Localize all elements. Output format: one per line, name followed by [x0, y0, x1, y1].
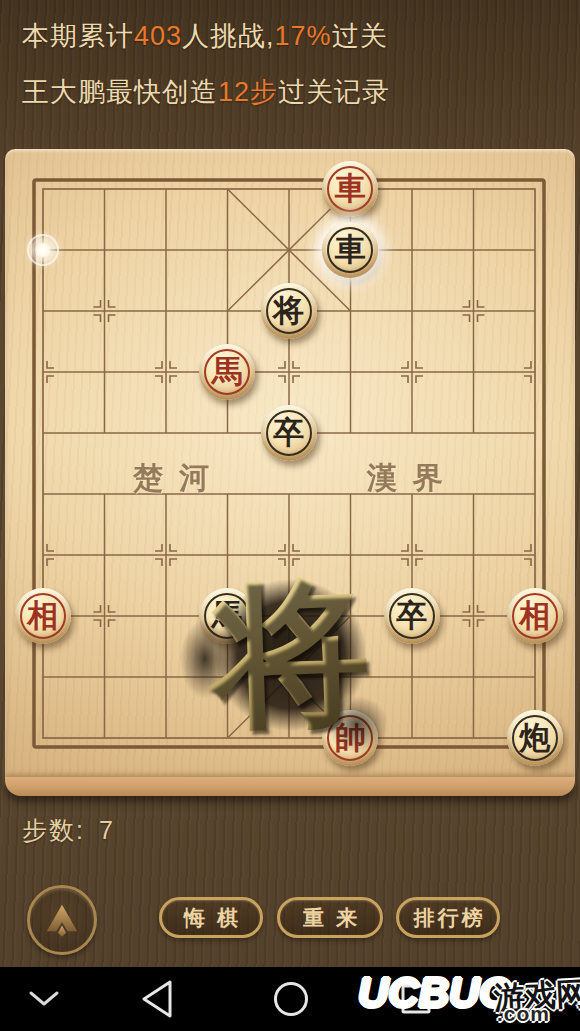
piece-character: 卒: [273, 417, 304, 448]
xiangqi-board[interactable]: 楚河 漢界 車車将馬卒相馬卒相帥炮 将: [5, 149, 575, 777]
stat-accent-value: 12步: [218, 77, 278, 107]
piece-character: 帥: [335, 722, 366, 753]
black-piece-馬[interactable]: 馬: [199, 588, 255, 644]
step-counter-label: 步数:: [22, 816, 85, 844]
black-piece-炮[interactable]: 炮: [507, 710, 563, 766]
black-piece-卒[interactable]: 卒: [261, 405, 317, 461]
app-screen: 本期累计403人挑战,17%过关 王大鹏最快创造12步过关记录 楚河 漢界 車車…: [0, 0, 580, 1031]
stat-accent-value: 17%: [275, 21, 332, 51]
piece-character: 将: [273, 295, 304, 326]
piece-character: 馬: [212, 356, 243, 387]
piece-character: 相: [27, 600, 58, 631]
black-piece-卒[interactable]: 卒: [384, 588, 440, 644]
piece-character: 相: [519, 600, 550, 631]
stat-text: 王大鹏最快创造: [22, 77, 218, 107]
stat-text: 人挑战,: [182, 21, 275, 51]
stat-accent-value: 403: [134, 21, 182, 51]
stat-text: 过关记录: [278, 77, 390, 107]
piece-character: 車: [335, 173, 366, 204]
home-icon[interactable]: [272, 967, 310, 1031]
piece-character: 馬: [212, 600, 243, 631]
recents-icon[interactable]: [398, 967, 434, 1031]
piece-character: 炮: [519, 722, 550, 753]
step-counter-value: 7: [99, 816, 115, 844]
restart-button[interactable]: 重来: [277, 897, 383, 938]
piece-character: 車: [335, 234, 366, 265]
stat-text: 本期累计: [22, 21, 134, 51]
red-piece-車[interactable]: 車: [322, 161, 378, 217]
move-origin-marker: [34, 241, 52, 259]
undo-move-button[interactable]: 悔棋: [159, 897, 263, 938]
record-stats-line: 王大鹏最快创造12步过关记录: [22, 74, 390, 110]
red-piece-帥[interactable]: 帥: [322, 710, 378, 766]
step-counter: 步数:7: [22, 814, 115, 847]
black-piece-車[interactable]: 車: [322, 222, 378, 278]
piece-character: 卒: [396, 600, 427, 631]
stat-text: 过关: [332, 21, 388, 51]
back-icon[interactable]: [136, 967, 178, 1031]
collapse-chevron-icon[interactable]: [26, 967, 62, 1031]
up-arrow-icon: [42, 900, 82, 940]
red-piece-相[interactable]: 相: [507, 588, 563, 644]
red-piece-相[interactable]: 相: [15, 588, 71, 644]
collapse-panel-button[interactable]: [27, 885, 97, 955]
board-front-edge: [5, 777, 575, 796]
red-piece-馬[interactable]: 馬: [199, 344, 255, 400]
leaderboard-button[interactable]: 排行榜: [396, 897, 500, 938]
android-nav-bar: [0, 967, 580, 1031]
black-piece-将[interactable]: 将: [261, 283, 317, 339]
challenge-stats-line: 本期累计403人挑战,17%过关: [22, 18, 388, 54]
pieces-layer: 車車将馬卒相馬卒相帥炮: [12, 158, 566, 768]
